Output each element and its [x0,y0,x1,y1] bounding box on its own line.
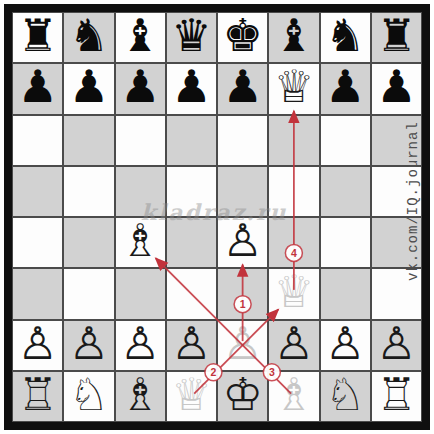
square-f7: ♕ [268,63,319,114]
piece-white-rook: ♖ [17,372,57,417]
square-g7: ♟ [320,63,371,114]
square-d7: ♟ [166,63,217,114]
square-g1: ♘ [320,371,371,422]
square-b2: ♙ [63,320,114,371]
ghost-white-pawn: ♙ [222,321,262,366]
square-c5 [115,166,166,217]
piece-black-pawn: ♟ [376,64,416,109]
square-d4 [166,217,217,268]
piece-white-pawn: ♙ [120,321,160,366]
square-e8: ♚ [217,12,268,63]
square-b3 [63,268,114,319]
piece-white-pawn: ♙ [325,321,365,366]
square-a3 [12,268,63,319]
square-d8: ♛ [166,12,217,63]
square-a6 [12,115,63,166]
piece-white-pawn: ♙ [171,321,211,366]
square-h4 [371,217,422,268]
square-d3 [166,268,217,319]
square-h5 [371,166,422,217]
square-h3 [371,268,422,319]
square-e5 [217,166,268,217]
square-b7: ♟ [63,63,114,114]
piece-white-pawn: ♙ [376,321,416,366]
square-d2: ♙ [166,320,217,371]
square-e7: ♟ [217,63,268,114]
square-g5 [320,166,371,217]
square-a1: ♖ [12,371,63,422]
square-d1: ♕ [166,371,217,422]
square-c6 [115,115,166,166]
ghost-white-queen: ♕ [274,269,314,314]
square-e1: ♔ [217,371,268,422]
piece-black-knight: ♞ [69,13,109,58]
square-a2: ♙ [12,320,63,371]
piece-black-knight: ♞ [325,13,365,58]
piece-white-queen: ♕ [274,64,314,109]
square-f2: ♙ [268,320,319,371]
square-c8: ♝ [115,12,166,63]
piece-black-pawn: ♟ [69,64,109,109]
square-f1: ♗ [268,371,319,422]
piece-white-bishop: ♗ [120,372,160,417]
square-b8: ♞ [63,12,114,63]
square-h2: ♙ [371,320,422,371]
piece-black-queen: ♛ [171,13,211,58]
piece-white-king: ♔ [222,372,262,417]
square-g8: ♞ [320,12,371,63]
square-b4 [63,217,114,268]
square-d5 [166,166,217,217]
square-e2: ♙ [217,320,268,371]
piece-white-pawn: ♙ [274,321,314,366]
piece-white-rook: ♖ [376,372,416,417]
square-e4: ♙ [217,217,268,268]
square-a4 [12,217,63,268]
square-f3: ♕ [268,268,319,319]
piece-white-pawn: ♙ [69,321,109,366]
piece-black-pawn: ♟ [171,64,211,109]
square-h6 [371,115,422,166]
square-g2: ♙ [320,320,371,371]
chess-diagram-page: { "game": "chess", "diagram_theme": "fou… [0,0,434,434]
square-h8: ♜ [371,12,422,63]
square-f8: ♝ [268,12,319,63]
square-e3 [217,268,268,319]
piece-white-pawn: ♙ [222,218,262,263]
square-d6 [166,115,217,166]
square-c3 [115,268,166,319]
piece-black-bishop: ♝ [274,13,314,58]
square-a8: ♜ [12,12,63,63]
square-c4: ♗ [115,217,166,268]
piece-white-knight: ♘ [325,372,365,417]
piece-white-bishop: ♗ [120,218,160,263]
square-f5 [268,166,319,217]
piece-black-pawn: ♟ [17,64,57,109]
square-c2: ♙ [115,320,166,371]
piece-black-king: ♚ [222,13,262,58]
square-b6 [63,115,114,166]
square-g3 [320,268,371,319]
piece-white-pawn: ♙ [17,321,57,366]
square-c7: ♟ [115,63,166,114]
square-b1: ♘ [63,371,114,422]
square-h1: ♖ [371,371,422,422]
ghost-white-queen: ♕ [171,372,211,417]
chess-board: ♜♞♝♛♚♝♞♜♟♟♟♟♟♕♟♟♗♙♕♙♙♙♙♙♙♙♙♖♘♗♕♔♗♘♖ [12,12,422,422]
square-a5 [12,166,63,217]
square-a7: ♟ [12,63,63,114]
square-h7: ♟ [371,63,422,114]
board-frame: ♜♞♝♛♚♝♞♜♟♟♟♟♟♕♟♟♗♙♕♙♙♙♙♙♙♙♙♖♘♗♕♔♗♘♖ 1234… [4,4,430,430]
square-e6 [217,115,268,166]
square-g4 [320,217,371,268]
piece-black-rook: ♜ [17,13,57,58]
square-f6 [268,115,319,166]
piece-black-pawn: ♟ [120,64,160,109]
piece-black-rook: ♜ [376,13,416,58]
piece-white-knight: ♘ [69,372,109,417]
square-c1: ♗ [115,371,166,422]
piece-black-bishop: ♝ [120,13,160,58]
square-b5 [63,166,114,217]
piece-black-pawn: ♟ [325,64,365,109]
square-f4 [268,217,319,268]
piece-black-pawn: ♟ [222,64,262,109]
square-g6 [320,115,371,166]
ghost-white-bishop: ♗ [274,372,314,417]
